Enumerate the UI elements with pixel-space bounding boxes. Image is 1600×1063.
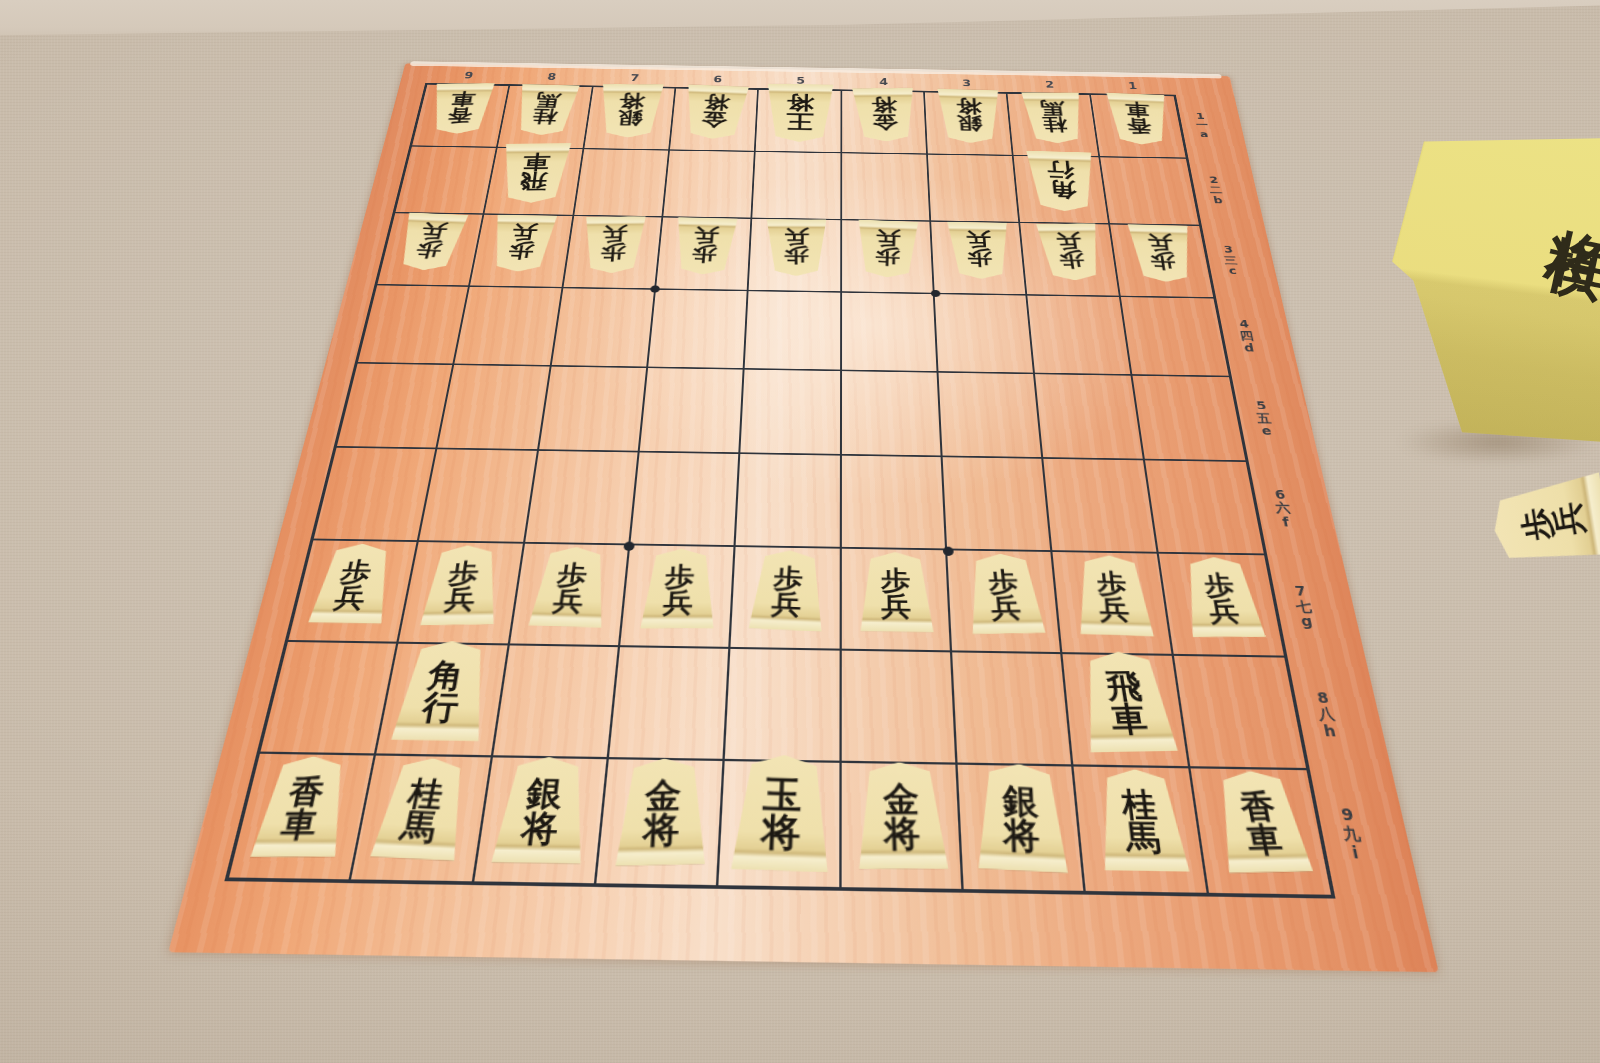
sente-lance[interactable]: 香車: [1207, 770, 1316, 873]
sente-silver-general[interactable]: 銀将: [974, 762, 1071, 874]
sente-pawn[interactable]: 歩兵: [746, 549, 827, 632]
piece-box[interactable]: 将棋: [1390, 132, 1600, 448]
file-label-4: 4: [879, 77, 888, 87]
board-grid-area: 香車桂馬銀将金将王将金将銀将桂馬香車飛車角行歩兵歩兵歩兵歩兵歩兵歩兵歩兵歩兵歩兵…: [224, 83, 1335, 899]
gote-king[interactable]: 王将: [763, 83, 836, 142]
sente-pawn[interactable]: 歩兵: [418, 545, 506, 626]
loose-pawn-kanji: 歩兵: [1488, 470, 1600, 574]
table-scene: { "game": "shogi", "scene": "Overhead-an…: [0, 0, 1600, 1063]
sente-king-jeweled[interactable]: 玉将: [728, 754, 833, 873]
gote-silver-general[interactable]: 銀将: [595, 84, 666, 138]
gote-pawn[interactable]: 歩兵: [855, 219, 921, 278]
sente-knight[interactable]: 桂馬: [367, 756, 476, 861]
gote-knight[interactable]: 桂馬: [509, 84, 581, 136]
rank-label-9: 9九i: [1334, 807, 1370, 863]
sente-gold-general[interactable]: 金将: [854, 762, 951, 869]
sente-pawn[interactable]: 歩兵: [306, 543, 400, 624]
file-label-1: 1: [1127, 81, 1137, 91]
sente-gold-general[interactable]: 金将: [613, 758, 710, 867]
sente-pawn[interactable]: 歩兵: [858, 552, 936, 633]
board-paper: 987654321 香車桂馬銀将金将王将金将銀将桂馬香車飛車角行歩兵歩兵歩兵歩兵…: [168, 63, 1439, 972]
gote-rook[interactable]: 飛車: [495, 143, 573, 203]
table-edge: [0, 0, 1600, 40]
gote-lance[interactable]: 香車: [425, 83, 496, 134]
gote-pawn[interactable]: 歩兵: [579, 216, 648, 273]
sente-pawn[interactable]: 歩兵: [1176, 557, 1268, 637]
loose-pawn-piece[interactable]: 歩兵: [1488, 470, 1600, 574]
file-label-9: 9: [463, 71, 474, 81]
gote-knight[interactable]: 桂馬: [1019, 92, 1089, 143]
sente-rook[interactable]: 飛車: [1074, 651, 1181, 752]
sente-pawn[interactable]: 歩兵: [1071, 554, 1156, 636]
sente-knight[interactable]: 桂馬: [1092, 769, 1193, 872]
sente-pawn[interactable]: 歩兵: [963, 553, 1048, 634]
rank-label-8: 8八h: [1310, 690, 1344, 741]
sente-silver-general[interactable]: 銀将: [488, 756, 594, 864]
gote-pawn[interactable]: 歩兵: [670, 217, 740, 275]
gote-pawn[interactable]: 歩兵: [391, 212, 470, 271]
file-label-8: 8: [547, 72, 557, 82]
file-label-6: 6: [713, 74, 722, 84]
rank-label-6: 6六f: [1268, 488, 1298, 530]
pieces-layer: 香車桂馬銀将金将王将金将銀将桂馬香車飛車角行歩兵歩兵歩兵歩兵歩兵歩兵歩兵歩兵歩兵…: [224, 83, 1335, 899]
rank-label-5: 5五e: [1250, 400, 1278, 439]
gote-gold-general[interactable]: 金将: [679, 84, 751, 140]
piece-box-kanji: 将棋: [1550, 176, 1600, 208]
rank-label-4: 4四d: [1234, 319, 1261, 355]
gote-pawn[interactable]: 歩兵: [945, 222, 1013, 280]
gote-lance[interactable]: 香車: [1104, 92, 1173, 145]
shogi-board: 987654321 香車桂馬銀将金将王将金将銀将桂馬香車飛車角行歩兵歩兵歩兵歩兵…: [168, 63, 1439, 972]
rank-label-1: 1一a: [1191, 112, 1214, 140]
file-label-2: 2: [1045, 80, 1055, 90]
sente-pawn[interactable]: 歩兵: [526, 546, 614, 628]
gote-pawn[interactable]: 歩兵: [1126, 224, 1199, 283]
rank-label-2: 2二b: [1204, 176, 1228, 206]
gote-pawn[interactable]: 歩兵: [764, 219, 829, 276]
gote-bishop[interactable]: 角行: [1024, 151, 1100, 212]
sente-lance[interactable]: 香車: [247, 756, 357, 857]
sente-pawn[interactable]: 歩兵: [638, 549, 719, 629]
file-label-3: 3: [962, 78, 971, 88]
gote-pawn[interactable]: 歩兵: [485, 215, 559, 272]
rank-label-3: 3三c: [1218, 245, 1243, 278]
file-label-7: 7: [630, 73, 640, 83]
gote-gold-general[interactable]: 金将: [850, 88, 920, 142]
sente-bishop[interactable]: 角行: [388, 640, 497, 741]
gote-pawn[interactable]: 歩兵: [1034, 223, 1108, 280]
gote-silver-general[interactable]: 銀将: [935, 88, 1003, 143]
rank-label-7: 7七g: [1288, 584, 1319, 630]
